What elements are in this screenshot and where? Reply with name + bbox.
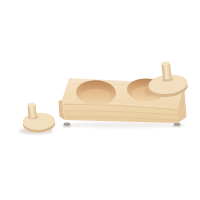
left-lid-knob-group [27, 102, 36, 118]
scene-canvas [0, 0, 200, 200]
board-ground-shadow [62, 122, 186, 128]
product-photo [0, 0, 200, 200]
left-well-floor [81, 89, 111, 104]
block-foot-right [174, 123, 181, 126]
block-foot-left [64, 123, 71, 126]
